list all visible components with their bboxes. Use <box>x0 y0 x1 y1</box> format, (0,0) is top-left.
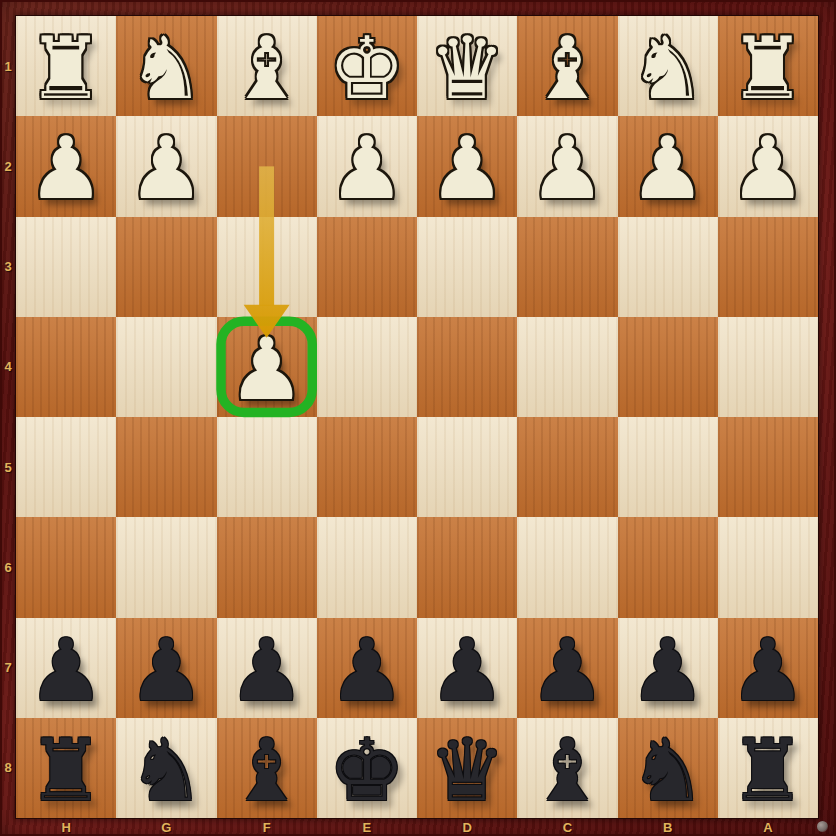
file-label-f: F <box>217 818 317 836</box>
piece-white-pawn[interactable]: ♟ <box>729 125 806 211</box>
piece-white-knight[interactable]: ♞ <box>629 25 706 111</box>
board-frame: ♜♞♝♚♛♝♞♜♟♟♟♟♟♟♟♟♟♟♟♟♟♟♟♟♜♞♝♚♛♝♞♜ 1234567… <box>0 0 836 836</box>
square-a7[interactable]: ♟ <box>718 618 818 718</box>
square-e2[interactable]: ♟ <box>317 116 417 216</box>
square-c8[interactable]: ♝ <box>517 718 617 818</box>
square-g2[interactable]: ♟ <box>116 116 216 216</box>
rank-label-4: 4 <box>0 317 16 417</box>
piece-black-pawn[interactable]: ♟ <box>729 627 806 713</box>
rank-label-8: 8 <box>0 718 16 818</box>
file-labels: HGFEDCBA <box>16 818 818 836</box>
square-c4[interactable] <box>517 317 617 417</box>
square-c5[interactable] <box>517 417 617 517</box>
square-b8[interactable]: ♞ <box>618 718 718 818</box>
rank-label-7: 7 <box>0 618 16 718</box>
square-b4[interactable] <box>618 317 718 417</box>
piece-white-rook[interactable]: ♜ <box>729 25 806 111</box>
piece-black-pawn[interactable]: ♟ <box>429 627 506 713</box>
piece-black-pawn[interactable]: ♟ <box>28 627 105 713</box>
square-g6[interactable] <box>116 517 216 617</box>
square-f1[interactable]: ♝ <box>217 16 317 116</box>
square-h5[interactable] <box>16 417 116 517</box>
file-label-c: C <box>517 818 617 836</box>
square-c6[interactable] <box>517 517 617 617</box>
file-label-d: D <box>417 818 517 836</box>
piece-black-rook[interactable]: ♜ <box>28 727 105 813</box>
square-d6[interactable] <box>417 517 517 617</box>
piece-black-queen[interactable]: ♛ <box>429 727 506 813</box>
square-h3[interactable] <box>16 217 116 317</box>
square-c1[interactable]: ♝ <box>517 16 617 116</box>
piece-black-pawn[interactable]: ♟ <box>328 627 405 713</box>
square-f6[interactable] <box>217 517 317 617</box>
square-g7[interactable]: ♟ <box>116 618 216 718</box>
square-h2[interactable]: ♟ <box>16 116 116 216</box>
square-h4[interactable] <box>16 317 116 417</box>
square-e4[interactable] <box>317 317 417 417</box>
square-e8[interactable]: ♚ <box>317 718 417 818</box>
square-e6[interactable] <box>317 517 417 617</box>
square-d2[interactable]: ♟ <box>417 116 517 216</box>
piece-black-bishop[interactable]: ♝ <box>529 727 606 813</box>
frame-corner-screw <box>817 821 828 832</box>
piece-black-knight[interactable]: ♞ <box>128 727 205 813</box>
piece-black-king[interactable]: ♚ <box>328 727 405 813</box>
square-g3[interactable] <box>116 217 216 317</box>
rank-labels: 12345678 <box>0 16 16 818</box>
square-b7[interactable]: ♟ <box>618 618 718 718</box>
square-b3[interactable] <box>618 217 718 317</box>
file-label-h: H <box>16 818 116 836</box>
rank-label-1: 1 <box>0 16 16 116</box>
square-e3[interactable] <box>317 217 417 317</box>
piece-white-knight[interactable]: ♞ <box>128 25 205 111</box>
square-b6[interactable] <box>618 517 718 617</box>
square-e1[interactable]: ♚ <box>317 16 417 116</box>
square-a2[interactable]: ♟ <box>718 116 818 216</box>
piece-white-pawn[interactable]: ♟ <box>228 326 305 412</box>
square-d8[interactable]: ♛ <box>417 718 517 818</box>
square-d1[interactable]: ♛ <box>417 16 517 116</box>
piece-black-bishop[interactable]: ♝ <box>228 727 305 813</box>
square-a1[interactable]: ♜ <box>718 16 818 116</box>
square-c2[interactable]: ♟ <box>517 116 617 216</box>
square-f2[interactable] <box>217 116 317 216</box>
piece-black-rook[interactable]: ♜ <box>729 727 806 813</box>
square-d4[interactable] <box>417 317 517 417</box>
square-h6[interactable] <box>16 517 116 617</box>
piece-black-knight[interactable]: ♞ <box>629 727 706 813</box>
square-g4[interactable] <box>116 317 216 417</box>
piece-white-pawn[interactable]: ♟ <box>529 125 606 211</box>
piece-white-bishop[interactable]: ♝ <box>228 25 305 111</box>
piece-black-pawn[interactable]: ♟ <box>228 627 305 713</box>
file-label-g: G <box>116 818 216 836</box>
square-g1[interactable]: ♞ <box>116 16 216 116</box>
piece-white-king[interactable]: ♚ <box>328 25 405 111</box>
chess-board: ♜♞♝♚♛♝♞♜♟♟♟♟♟♟♟♟♟♟♟♟♟♟♟♟♜♞♝♚♛♝♞♜ <box>16 16 818 818</box>
piece-black-pawn[interactable]: ♟ <box>629 627 706 713</box>
square-b2[interactable]: ♟ <box>618 116 718 216</box>
square-c7[interactable]: ♟ <box>517 618 617 718</box>
file-label-e: E <box>317 818 417 836</box>
square-a6[interactable] <box>718 517 818 617</box>
square-h7[interactable]: ♟ <box>16 618 116 718</box>
square-b5[interactable] <box>618 417 718 517</box>
square-f5[interactable] <box>217 417 317 517</box>
piece-black-pawn[interactable]: ♟ <box>529 627 606 713</box>
square-f4[interactable]: ♟ <box>217 317 317 417</box>
square-e7[interactable]: ♟ <box>317 618 417 718</box>
rank-label-2: 2 <box>0 116 16 216</box>
square-f7[interactable]: ♟ <box>217 618 317 718</box>
piece-white-pawn[interactable]: ♟ <box>128 125 205 211</box>
piece-white-pawn[interactable]: ♟ <box>429 125 506 211</box>
file-label-b: B <box>618 818 718 836</box>
piece-white-rook[interactable]: ♜ <box>28 25 105 111</box>
piece-white-pawn[interactable]: ♟ <box>28 125 105 211</box>
square-f8[interactable]: ♝ <box>217 718 317 818</box>
square-d3[interactable] <box>417 217 517 317</box>
piece-white-pawn[interactable]: ♟ <box>328 125 405 211</box>
square-g5[interactable] <box>116 417 216 517</box>
square-a4[interactable] <box>718 317 818 417</box>
rank-label-3: 3 <box>0 217 16 317</box>
square-a8[interactable]: ♜ <box>718 718 818 818</box>
rank-label-5: 5 <box>0 417 16 517</box>
rank-label-6: 6 <box>0 517 16 617</box>
square-b1[interactable]: ♞ <box>618 16 718 116</box>
square-a5[interactable] <box>718 417 818 517</box>
piece-white-queen[interactable]: ♛ <box>429 25 506 111</box>
square-e5[interactable] <box>317 417 417 517</box>
piece-black-pawn[interactable]: ♟ <box>128 627 205 713</box>
square-f3[interactable] <box>217 217 317 317</box>
square-h8[interactable]: ♜ <box>16 718 116 818</box>
square-a3[interactable] <box>718 217 818 317</box>
square-c3[interactable] <box>517 217 617 317</box>
piece-white-bishop[interactable]: ♝ <box>529 25 606 111</box>
file-label-a: A <box>718 818 818 836</box>
square-g8[interactable]: ♞ <box>116 718 216 818</box>
piece-white-pawn[interactable]: ♟ <box>629 125 706 211</box>
square-d7[interactable]: ♟ <box>417 618 517 718</box>
square-h1[interactable]: ♜ <box>16 16 116 116</box>
square-d5[interactable] <box>417 417 517 517</box>
